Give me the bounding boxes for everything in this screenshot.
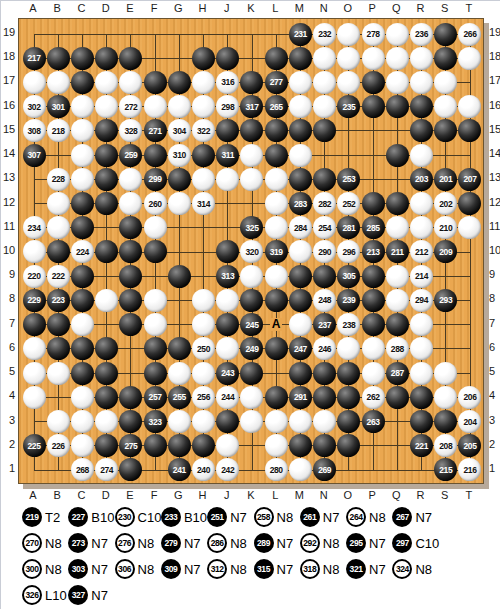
bottom-coordinate-F: F <box>151 489 158 501</box>
black-stone-O13: 253 <box>337 168 360 191</box>
left-coordinate-7: 7 <box>3 317 15 329</box>
top-coordinate-C: C <box>77 2 85 14</box>
black-stone-A18: 217 <box>23 47 46 70</box>
caption-move-227: 227B10 <box>68 504 114 530</box>
white-stone-O10: 296 <box>337 240 360 263</box>
white-stone-B15: 218 <box>47 119 70 142</box>
go-board: 2312322782362662173162773023012722983172… <box>18 18 484 484</box>
white-stone-B12 <box>47 192 70 215</box>
black-move-chip-227: 227 <box>68 507 88 527</box>
caption-point-300: N8 <box>45 562 62 577</box>
white-stone-J1: 242 <box>216 458 239 481</box>
black-stone-B18 <box>47 47 70 70</box>
white-stone-K10: 320 <box>240 240 263 263</box>
white-move-chip-292: 292 <box>300 533 320 553</box>
top-coordinate-T: T <box>466 2 473 14</box>
bottom-coordinate-P: P <box>368 489 375 501</box>
white-stone-M17 <box>289 71 312 94</box>
black-move-chip-297: 297 <box>392 533 412 553</box>
caption-move-258: 258N8 <box>254 504 294 530</box>
white-stone-M10 <box>289 240 312 263</box>
white-stone-B5 <box>47 362 70 385</box>
black-stone-O2 <box>337 434 360 457</box>
black-stone-P7 <box>362 313 385 336</box>
black-stone-S3 <box>434 410 457 433</box>
white-stone-N17 <box>313 71 336 94</box>
top-coordinate-L: L <box>272 2 278 14</box>
bottom-coordinate-C: C <box>77 489 85 501</box>
white-stone-L2 <box>265 434 288 457</box>
black-stone-F15: 271 <box>144 119 167 142</box>
white-stone-T11 <box>458 216 481 239</box>
black-move-chip-327: 327 <box>68 585 88 605</box>
white-stone-T1: 216 <box>458 458 481 481</box>
top-coordinate-E: E <box>126 2 133 14</box>
white-stone-P5 <box>362 362 385 385</box>
caption-move-261: 261N7 <box>300 504 340 530</box>
black-stone-C11 <box>71 216 94 239</box>
black-stone-F17 <box>144 71 167 94</box>
white-stone-A16: 302 <box>23 95 46 118</box>
white-stone-G5 <box>168 362 191 385</box>
black-move-chip-321: 321 <box>346 559 366 579</box>
left-coordinate-8: 8 <box>3 292 15 304</box>
black-stone-C18 <box>71 47 94 70</box>
black-stone-N5 <box>313 362 336 385</box>
black-stone-L8 <box>265 289 288 312</box>
white-stone-E12 <box>119 192 142 215</box>
top-coordinate-K: K <box>247 2 254 14</box>
black-stone-L18 <box>265 47 288 70</box>
white-stone-C15 <box>71 119 94 142</box>
black-stone-C12 <box>71 192 94 215</box>
black-stone-K8 <box>240 289 263 312</box>
white-stone-H15: 322 <box>192 119 215 142</box>
white-move-chip-286: 286 <box>207 533 227 553</box>
black-stone-L10: 319 <box>265 240 288 263</box>
caption-point-297: C10 <box>415 536 439 551</box>
white-stone-N8: 248 <box>313 289 336 312</box>
left-coordinate-11: 11 <box>3 220 15 232</box>
black-stone-D18 <box>95 47 118 70</box>
black-stone-E9 <box>119 265 142 288</box>
caption-point-264: N8 <box>369 510 386 525</box>
caption-move-300: 300N8 <box>22 556 62 582</box>
top-coordinate-H: H <box>199 2 207 14</box>
white-stone-J2 <box>216 434 239 457</box>
caption-move-306: 306N8 <box>115 556 155 582</box>
white-stone-R17 <box>410 71 433 94</box>
black-stone-F6 <box>144 337 167 360</box>
white-stone-R10: 212 <box>410 240 433 263</box>
black-stone-F13: 299 <box>144 168 167 191</box>
black-stone-Q4 <box>386 386 409 409</box>
black-stone-B10 <box>47 240 70 263</box>
caption-point-318: N8 <box>323 562 340 577</box>
black-stone-N7: 237 <box>313 313 336 336</box>
bottom-coordinate-M: M <box>295 489 304 501</box>
white-stone-G15: 304 <box>168 119 191 142</box>
black-stone-K5 <box>240 362 263 385</box>
left-coordinate-10: 10 <box>3 244 15 256</box>
caption-point-270: N8 <box>45 536 62 551</box>
white-stone-B9: 222 <box>47 265 70 288</box>
bottom-coordinate-H: H <box>199 489 207 501</box>
bottom-coordinate-Q: Q <box>392 489 401 501</box>
bottom-coordinate-G: G <box>174 489 183 501</box>
white-stone-C16 <box>71 95 94 118</box>
white-stone-Q18 <box>386 47 409 70</box>
white-stone-A11: 234 <box>23 216 46 239</box>
white-stone-C3 <box>71 410 94 433</box>
white-stone-H1: 240 <box>192 458 215 481</box>
white-stone-L12 <box>265 192 288 215</box>
black-stone-Q16 <box>386 95 409 118</box>
top-coordinate-G: G <box>174 2 183 14</box>
caption-point-286: N8 <box>230 536 247 551</box>
black-stone-M9 <box>289 265 312 288</box>
right-coordinate-17: 17 <box>489 74 500 86</box>
white-stone-K13 <box>240 168 263 191</box>
marker-A-L7: A <box>270 318 283 331</box>
bottom-coordinate-R: R <box>417 489 425 501</box>
top-coordinate-S: S <box>441 2 448 14</box>
white-stone-R9: 214 <box>410 265 433 288</box>
black-stone-D6 <box>95 337 118 360</box>
black-stone-G2 <box>168 434 191 457</box>
black-move-chip-309: 309 <box>161 559 181 579</box>
white-stone-C2 <box>71 434 94 457</box>
black-stone-J5: 243 <box>216 362 239 385</box>
black-stone-D2 <box>95 434 118 457</box>
black-stone-F3: 323 <box>144 410 167 433</box>
black-move-chip-267: 267 <box>392 507 412 527</box>
black-stone-E11 <box>119 216 142 239</box>
black-stone-Q5: 287 <box>386 362 409 385</box>
black-stone-T15 <box>458 119 481 142</box>
black-stone-E3 <box>119 410 142 433</box>
white-stone-N6: 246 <box>313 337 336 360</box>
left-coordinate-6: 6 <box>3 341 15 353</box>
caption-point-267: N7 <box>415 510 432 525</box>
caption-move-233: 233B10 <box>161 504 207 530</box>
black-stone-L6 <box>265 337 288 360</box>
white-stone-K4 <box>240 386 263 409</box>
white-stone-D16 <box>95 95 118 118</box>
black-stone-P8 <box>362 289 385 312</box>
white-stone-B3 <box>47 410 70 433</box>
black-stone-E8 <box>119 289 142 312</box>
black-stone-D14 <box>95 144 118 167</box>
white-stone-S12: 202 <box>434 192 457 215</box>
white-stone-H5 <box>192 362 215 385</box>
black-stone-L4 <box>265 386 288 409</box>
white-stone-J8 <box>216 289 239 312</box>
black-stone-D13 <box>95 168 118 191</box>
white-stone-F11 <box>144 216 167 239</box>
caption-point-279: N7 <box>184 536 201 551</box>
black-stone-K11: 325 <box>240 216 263 239</box>
black-move-chip-219: 219 <box>22 507 42 527</box>
white-stone-G12 <box>168 192 191 215</box>
caption-move-326: 326L10 <box>22 582 67 608</box>
black-stone-M18 <box>289 47 312 70</box>
white-stone-E16: 272 <box>119 95 142 118</box>
white-stone-L1: 280 <box>265 458 288 481</box>
white-stone-Q9 <box>386 265 409 288</box>
black-stone-C6 <box>71 337 94 360</box>
white-stone-C13 <box>71 168 94 191</box>
black-stone-A14: 307 <box>23 144 46 167</box>
black-stone-P9 <box>362 265 385 288</box>
black-stone-R3 <box>410 410 433 433</box>
white-stone-H13 <box>192 168 215 191</box>
white-stone-P19: 278 <box>362 23 385 46</box>
black-stone-G13 <box>168 168 191 191</box>
right-coordinate-2: 2 <box>489 438 500 450</box>
caption-move-286: 286N8 <box>207 530 247 556</box>
black-move-chip-279: 279 <box>161 533 181 553</box>
black-stone-S10: 209 <box>434 240 457 263</box>
caption-move-251: 251N7 <box>207 504 247 530</box>
white-stone-D17 <box>95 71 118 94</box>
right-coordinate-3: 3 <box>489 414 500 426</box>
white-stone-J6 <box>216 337 239 360</box>
caption-row-2: 270N8273N7276N8279N7286N8289N7292N8295N7… <box>22 530 492 556</box>
white-stone-A4 <box>23 386 46 409</box>
right-coordinate-12: 12 <box>489 196 500 208</box>
black-stone-S1: 215 <box>434 458 457 481</box>
caption-move-230: 230C10 <box>115 504 162 530</box>
caption-move-219: 219T2 <box>22 504 60 530</box>
caption-move-295: 295N7 <box>346 530 386 556</box>
black-stone-Q7 <box>386 313 409 336</box>
caption-point-292: N8 <box>323 536 340 551</box>
right-coordinate-18: 18 <box>489 50 500 62</box>
white-stone-S16 <box>434 95 457 118</box>
caption-move-309: 309N7 <box>161 556 201 582</box>
top-coordinate-A: A <box>29 2 36 14</box>
white-stone-H12: 314 <box>192 192 215 215</box>
white-stone-K3 <box>240 410 263 433</box>
black-stone-L16: 265 <box>265 95 288 118</box>
black-stone-T13: 207 <box>458 168 481 191</box>
bottom-coordinate-O: O <box>344 489 353 501</box>
go-diagram-page: ABCDEFGHJKLMNOPQRST 19181716151413121110… <box>0 0 500 609</box>
top-coordinate-J: J <box>224 2 230 14</box>
white-stone-O12: 252 <box>337 192 360 215</box>
right-coordinate-4: 4 <box>489 389 500 401</box>
black-stone-J14: 311 <box>216 144 239 167</box>
black-stone-B8: 223 <box>47 289 70 312</box>
black-stone-K6: 249 <box>240 337 263 360</box>
white-move-chip-264: 264 <box>346 507 366 527</box>
right-coordinate-7: 7 <box>489 317 500 329</box>
white-move-chip-270: 270 <box>22 533 42 553</box>
white-stone-M7 <box>289 313 312 336</box>
white-stone-C10: 224 <box>71 240 94 263</box>
white-stone-H4: 256 <box>192 386 215 409</box>
black-stone-C8 <box>71 289 94 312</box>
white-stone-N3 <box>313 410 336 433</box>
black-stone-J3 <box>216 410 239 433</box>
white-stone-J17: 316 <box>216 71 239 94</box>
white-stone-M16 <box>289 95 312 118</box>
black-stone-T12 <box>458 192 481 215</box>
black-stone-O8: 239 <box>337 289 360 312</box>
black-stone-C17 <box>71 71 94 94</box>
caption-move-321: 321N7 <box>346 556 386 582</box>
black-stone-G9 <box>168 265 191 288</box>
top-coordinate-O: O <box>344 2 353 14</box>
caption-point-324: N8 <box>415 562 432 577</box>
black-stone-G6 <box>168 337 191 360</box>
black-stone-P10: 213 <box>362 240 385 263</box>
caption-point-251: N7 <box>230 510 247 525</box>
white-stone-S17 <box>434 71 457 94</box>
left-coordinate-9: 9 <box>3 268 15 280</box>
white-stone-E15: 328 <box>119 119 142 142</box>
black-stone-M8 <box>289 289 312 312</box>
caption-point-219: T2 <box>45 510 60 525</box>
black-stone-S18 <box>434 47 457 70</box>
black-stone-S8: 293 <box>434 289 457 312</box>
white-stone-D1: 274 <box>95 458 118 481</box>
black-stone-F2 <box>144 434 167 457</box>
top-coordinate-N: N <box>320 2 328 14</box>
white-stone-L11 <box>265 216 288 239</box>
black-stone-E2: 275 <box>119 434 142 457</box>
bottom-coordinate-D: D <box>102 489 110 501</box>
white-stone-L3 <box>265 410 288 433</box>
white-stone-H3 <box>192 410 215 433</box>
white-stone-J4: 244 <box>216 386 239 409</box>
bottom-coordinate-S: S <box>441 489 448 501</box>
black-stone-H14 <box>192 144 215 167</box>
caption-move-264: 264N8 <box>346 504 386 530</box>
left-coordinate-3: 3 <box>3 414 15 426</box>
right-coordinate-11: 11 <box>489 220 500 232</box>
caption-move-292: 292N8 <box>300 530 340 556</box>
caption-point-289: N7 <box>277 536 294 551</box>
white-stone-A17 <box>23 71 46 94</box>
right-coordinate-16: 16 <box>489 99 500 111</box>
white-stone-L13 <box>265 168 288 191</box>
bottom-coordinate-N: N <box>320 489 328 501</box>
black-stone-A2: 225 <box>23 434 46 457</box>
white-stone-H7 <box>192 313 215 336</box>
caption-point-312: N8 <box>230 562 247 577</box>
black-stone-F4: 257 <box>144 386 167 409</box>
white-stone-R12 <box>410 192 433 215</box>
black-stone-M5 <box>289 362 312 385</box>
white-stone-R18 <box>410 47 433 70</box>
black-stone-O4 <box>337 386 360 409</box>
top-coordinate-F: F <box>151 2 158 14</box>
white-stone-Q19 <box>386 23 409 46</box>
black-stone-N1: 269 <box>313 458 336 481</box>
black-stone-N13 <box>313 168 336 191</box>
caption-move-303: 303N7 <box>68 556 108 582</box>
black-stone-M13 <box>289 168 312 191</box>
caption-move-267: 267N7 <box>392 504 432 530</box>
black-move-chip-261: 261 <box>300 507 320 527</box>
black-stone-L17: 277 <box>265 71 288 94</box>
right-coordinate-13: 13 <box>489 171 500 183</box>
black-stone-C5 <box>71 362 94 385</box>
black-stone-E10 <box>119 240 142 263</box>
white-stone-B2: 226 <box>47 434 70 457</box>
white-stone-G3 <box>168 410 191 433</box>
white-stone-B17 <box>47 71 70 94</box>
caption-point-227: B10 <box>91 510 114 525</box>
black-stone-B16: 301 <box>47 95 70 118</box>
black-stone-O3 <box>337 410 360 433</box>
caption-point-276: N8 <box>138 536 155 551</box>
white-stone-D8 <box>95 289 118 312</box>
caption-move-315: 315N7 <box>254 556 294 582</box>
left-coordinate-1: 1 <box>3 462 15 474</box>
white-stone-H17 <box>192 71 215 94</box>
black-stone-N9 <box>313 265 336 288</box>
black-stone-H18 <box>192 47 215 70</box>
white-stone-M11: 284 <box>289 216 312 239</box>
bottom-coordinate-J: J <box>224 489 230 501</box>
white-stone-A9: 220 <box>23 265 46 288</box>
bottom-coordinate-K: K <box>247 489 254 501</box>
white-stone-G16 <box>168 95 191 118</box>
white-stone-S4 <box>434 386 457 409</box>
white-move-chip-324: 324 <box>392 559 412 579</box>
caption-point-327: N7 <box>91 588 108 603</box>
black-stone-R4 <box>410 386 433 409</box>
right-coordinate-8: 8 <box>489 292 500 304</box>
right-coordinate-6: 6 <box>489 341 500 353</box>
white-stone-K9 <box>240 265 263 288</box>
caption-point-306: N8 <box>138 562 155 577</box>
black-move-chip-315: 315 <box>254 559 274 579</box>
black-stone-A8: 229 <box>23 289 46 312</box>
white-stone-B11 <box>47 216 70 239</box>
white-stone-L9 <box>265 265 288 288</box>
white-stone-R5 <box>410 362 433 385</box>
white-stone-O18 <box>337 47 360 70</box>
black-stone-J9: 313 <box>216 265 239 288</box>
black-stone-R16 <box>410 95 433 118</box>
black-stone-G17 <box>168 71 191 94</box>
white-move-chip-326: 326 <box>22 585 42 605</box>
black-stone-J7 <box>216 313 239 336</box>
white-stone-O7: 238 <box>337 313 360 336</box>
black-stone-M15 <box>289 119 312 142</box>
caption-point-261: N7 <box>323 510 340 525</box>
white-stone-J16: 298 <box>216 95 239 118</box>
black-stone-R13: 203 <box>410 168 433 191</box>
white-stone-D3 <box>95 410 118 433</box>
black-stone-D4 <box>95 386 118 409</box>
black-stone-D5 <box>95 362 118 385</box>
left-coordinate-2: 2 <box>3 438 15 450</box>
black-stone-N2 <box>313 434 336 457</box>
top-coordinate-M: M <box>295 2 304 14</box>
white-stone-R7 <box>410 313 433 336</box>
white-stone-C4 <box>71 386 94 409</box>
white-stone-O6 <box>337 337 360 360</box>
black-stone-D15 <box>95 119 118 142</box>
white-stone-R14 <box>410 144 433 167</box>
right-coordinate-10: 10 <box>489 244 500 256</box>
white-stone-T4: 206 <box>458 386 481 409</box>
